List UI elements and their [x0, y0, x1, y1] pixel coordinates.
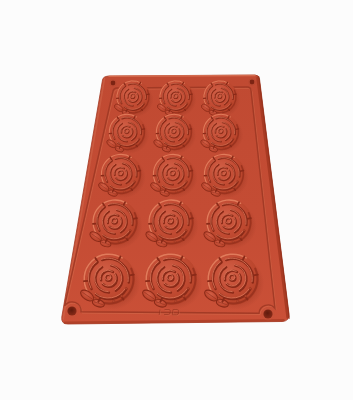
product-photo: [0, 0, 353, 400]
hanging-hole-bottom-left: [67, 306, 76, 315]
hanging-hole-top-left: [111, 81, 116, 86]
photo-background: [0, 0, 353, 400]
hanging-hole-bottom-right: [263, 309, 272, 318]
hanging-hole-top-right: [250, 80, 255, 85]
